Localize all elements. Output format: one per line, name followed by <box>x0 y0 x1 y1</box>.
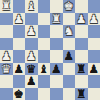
piece-black-pawn[interactable]: ♟ <box>89 63 99 76</box>
square-b2[interactable] <box>13 75 26 88</box>
square-d3[interactable]: ♝ <box>38 63 51 76</box>
square-h6[interactable] <box>88 25 101 38</box>
piece-black-pawn[interactable]: ♟ <box>26 75 36 88</box>
square-a3[interactable]: ♛ <box>0 63 13 76</box>
square-f5[interactable] <box>63 38 76 51</box>
square-d1[interactable] <box>38 88 51 101</box>
piece-white-pawn[interactable]: ♟ <box>89 13 99 26</box>
square-h1[interactable] <box>88 88 101 101</box>
piece-black-king[interactable]: ♚ <box>14 88 24 101</box>
square-c7[interactable] <box>25 13 38 26</box>
square-a8[interactable]: ♜ <box>0 0 13 13</box>
piece-white-bishop[interactable]: ♝ <box>26 0 36 13</box>
square-g7[interactable]: ♟ <box>75 13 88 26</box>
piece-white-pawn[interactable]: ♟ <box>14 13 24 26</box>
square-c1[interactable] <box>25 88 38 101</box>
square-c8[interactable]: ♝ <box>25 0 38 13</box>
square-f1[interactable] <box>63 88 76 101</box>
piece-white-pawn[interactable]: ♟ <box>1 50 11 63</box>
square-f2[interactable] <box>63 75 76 88</box>
square-g1[interactable]: ♜ <box>75 88 88 101</box>
square-g3[interactable]: ♜ <box>75 63 88 76</box>
square-h4[interactable] <box>88 50 101 63</box>
square-b7[interactable]: ♟ <box>13 13 26 26</box>
square-d7[interactable] <box>38 13 51 26</box>
square-b8[interactable] <box>13 0 26 13</box>
piece-black-queen[interactable]: ♛ <box>26 63 36 76</box>
square-a2[interactable] <box>0 75 13 88</box>
square-d5[interactable] <box>38 38 51 51</box>
square-c3[interactable]: ♛ <box>25 63 38 76</box>
piece-black-rook[interactable]: ♜ <box>76 63 86 76</box>
square-e2[interactable] <box>50 75 63 88</box>
square-a7[interactable] <box>0 13 13 26</box>
square-g6[interactable] <box>75 25 88 38</box>
piece-black-pawn[interactable]: ♟ <box>64 50 74 63</box>
square-e1[interactable] <box>50 88 63 101</box>
square-f3[interactable] <box>63 63 76 76</box>
square-a5[interactable] <box>0 38 13 51</box>
piece-black-rook[interactable]: ♜ <box>76 88 86 101</box>
square-f6[interactable]: ♞ <box>63 25 76 38</box>
square-f4[interactable]: ♟ <box>63 50 76 63</box>
square-d8[interactable] <box>38 0 51 13</box>
square-e7[interactable]: ♜ <box>50 13 63 26</box>
chess-board: ♜♝♚♟♜♟♟♟♞♟♟♟♛♟♛♝♟♜♟♟♚♜ <box>0 0 100 100</box>
piece-white-rook[interactable]: ♜ <box>1 0 11 13</box>
square-h2[interactable] <box>88 75 101 88</box>
square-h8[interactable] <box>88 0 101 13</box>
square-a4[interactable]: ♟ <box>0 50 13 63</box>
piece-white-knight[interactable]: ♞ <box>64 25 74 38</box>
square-e6[interactable] <box>50 25 63 38</box>
piece-white-queen[interactable]: ♛ <box>1 63 11 76</box>
square-b5[interactable] <box>13 38 26 51</box>
square-f8[interactable]: ♚ <box>63 0 76 13</box>
piece-black-pawn[interactable]: ♟ <box>51 63 61 76</box>
square-h7[interactable]: ♟ <box>88 13 101 26</box>
square-d2[interactable] <box>38 75 51 88</box>
square-d6[interactable] <box>38 25 51 38</box>
square-e8[interactable] <box>50 0 63 13</box>
square-g8[interactable] <box>75 0 88 13</box>
piece-white-rook[interactable]: ♜ <box>51 13 61 26</box>
square-c6[interactable]: ♟ <box>25 25 38 38</box>
square-f7[interactable] <box>63 13 76 26</box>
square-d4[interactable] <box>38 50 51 63</box>
square-e3[interactable]: ♟ <box>50 63 63 76</box>
square-a6[interactable] <box>0 25 13 38</box>
piece-white-king[interactable]: ♚ <box>64 0 74 13</box>
square-h5[interactable] <box>88 38 101 51</box>
square-b4[interactable] <box>13 50 26 63</box>
piece-black-bishop[interactable]: ♝ <box>39 63 49 76</box>
piece-white-pawn[interactable]: ♟ <box>76 13 86 26</box>
square-b1[interactable]: ♚ <box>13 88 26 101</box>
piece-white-pawn[interactable]: ♟ <box>26 50 36 63</box>
square-e5[interactable] <box>50 38 63 51</box>
square-g5[interactable] <box>75 38 88 51</box>
square-g2[interactable] <box>75 75 88 88</box>
square-b6[interactable] <box>13 25 26 38</box>
square-h3[interactable]: ♟ <box>88 63 101 76</box>
square-a1[interactable] <box>0 88 13 101</box>
square-g4[interactable] <box>75 50 88 63</box>
piece-black-pawn[interactable]: ♟ <box>14 63 24 76</box>
piece-white-pawn[interactable]: ♟ <box>26 25 36 38</box>
square-c4[interactable]: ♟ <box>25 50 38 63</box>
square-e4[interactable] <box>50 50 63 63</box>
square-b3[interactable]: ♟ <box>13 63 26 76</box>
square-c5[interactable] <box>25 38 38 51</box>
square-c2[interactable]: ♟ <box>25 75 38 88</box>
